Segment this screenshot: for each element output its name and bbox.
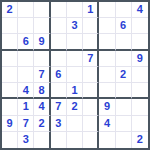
- cell-r3c1[interactable]: [2, 34, 18, 50]
- cell-r8c4[interactable]: 3: [51, 116, 67, 132]
- cell-r5c6[interactable]: [83, 67, 99, 83]
- cell-r8c1[interactable]: 9: [2, 116, 18, 132]
- cell-r5c8[interactable]: 2: [116, 67, 132, 83]
- cell-r9c2[interactable]: 3: [18, 132, 34, 148]
- cell-r6c8[interactable]: [116, 83, 132, 99]
- cell-r7c5[interactable]: 2: [67, 99, 83, 115]
- cell-r3c9[interactable]: [132, 34, 148, 50]
- cell-r2c8[interactable]: 6: [116, 18, 132, 34]
- cell-r9c9[interactable]: 2: [132, 132, 148, 148]
- cell-r8c9[interactable]: [132, 116, 148, 132]
- cell-r3c4[interactable]: [51, 34, 67, 50]
- cell-r9c5[interactable]: [67, 132, 83, 148]
- cell-r8c8[interactable]: [116, 116, 132, 132]
- cell-r2c5[interactable]: 3: [67, 18, 83, 34]
- cell-r5c9[interactable]: [132, 67, 148, 83]
- cell-r3c6[interactable]: [83, 34, 99, 50]
- cell-r1c1[interactable]: 2: [2, 2, 18, 18]
- cell-r6c6[interactable]: [83, 83, 99, 99]
- cell-r7c2[interactable]: 1: [18, 99, 34, 115]
- cell-r2c2[interactable]: [18, 18, 34, 34]
- cell-r3c2[interactable]: 6: [18, 34, 34, 50]
- cell-r6c5[interactable]: 1: [67, 83, 83, 99]
- cell-r4c3[interactable]: [34, 51, 50, 67]
- cell-r7c7[interactable]: 9: [99, 99, 115, 115]
- cell-r1c3[interactable]: [34, 2, 50, 18]
- cell-r8c3[interactable]: 2: [34, 116, 50, 132]
- cell-r3c5[interactable]: [67, 34, 83, 50]
- cell-r2c9[interactable]: [132, 18, 148, 34]
- sudoku-app: 214366979762481147299723432: [0, 0, 150, 150]
- cell-r8c2[interactable]: 7: [18, 116, 34, 132]
- cell-r5c4[interactable]: 6: [51, 67, 67, 83]
- cell-r8c6[interactable]: [83, 116, 99, 132]
- cell-r7c3[interactable]: 4: [34, 99, 50, 115]
- cell-r6c7[interactable]: [99, 83, 115, 99]
- cell-r3c8[interactable]: [116, 34, 132, 50]
- cell-r3c3[interactable]: 9: [34, 34, 50, 50]
- cell-r5c7[interactable]: [99, 67, 115, 83]
- cell-r9c7[interactable]: [99, 132, 115, 148]
- cell-r4c4[interactable]: [51, 51, 67, 67]
- cell-r4c8[interactable]: [116, 51, 132, 67]
- cell-r1c4[interactable]: [51, 2, 67, 18]
- sudoku-board: 214366979762481147299723432: [0, 0, 150, 150]
- cell-r5c2[interactable]: [18, 67, 34, 83]
- cell-r7c4[interactable]: 7: [51, 99, 67, 115]
- cell-r2c7[interactable]: [99, 18, 115, 34]
- cell-r5c1[interactable]: [2, 67, 18, 83]
- cell-r5c3[interactable]: 7: [34, 67, 50, 83]
- cell-r2c3[interactable]: [34, 18, 50, 34]
- cell-r2c4[interactable]: [51, 18, 67, 34]
- cell-r4c6[interactable]: 7: [83, 51, 99, 67]
- cell-r4c1[interactable]: [2, 51, 18, 67]
- cell-r9c6[interactable]: [83, 132, 99, 148]
- cell-r7c1[interactable]: [2, 99, 18, 115]
- cell-r7c8[interactable]: [116, 99, 132, 115]
- cell-r6c1[interactable]: [2, 83, 18, 99]
- cell-r6c3[interactable]: 8: [34, 83, 50, 99]
- cell-r8c5[interactable]: [67, 116, 83, 132]
- cell-r6c4[interactable]: [51, 83, 67, 99]
- cell-r9c1[interactable]: [2, 132, 18, 148]
- cell-r1c5[interactable]: [67, 2, 83, 18]
- cell-r1c2[interactable]: [18, 2, 34, 18]
- cell-r1c9[interactable]: 4: [132, 2, 148, 18]
- cell-r8c7[interactable]: 4: [99, 116, 115, 132]
- cell-r9c4[interactable]: [51, 132, 67, 148]
- cell-r7c6[interactable]: [83, 99, 99, 115]
- cell-r4c5[interactable]: [67, 51, 83, 67]
- cell-r4c7[interactable]: [99, 51, 115, 67]
- cell-r7c9[interactable]: [132, 99, 148, 115]
- cell-r4c9[interactable]: 9: [132, 51, 148, 67]
- cell-r3c7[interactable]: [99, 34, 115, 50]
- cell-r5c5[interactable]: [67, 67, 83, 83]
- cell-r9c8[interactable]: [116, 132, 132, 148]
- cell-r4c2[interactable]: [18, 51, 34, 67]
- cell-r1c6[interactable]: 1: [83, 2, 99, 18]
- cell-r6c2[interactable]: 4: [18, 83, 34, 99]
- cell-r9c3[interactable]: [34, 132, 50, 148]
- cell-r1c8[interactable]: [116, 2, 132, 18]
- cell-r2c6[interactable]: [83, 18, 99, 34]
- cell-r2c1[interactable]: [2, 18, 18, 34]
- cell-r6c9[interactable]: [132, 83, 148, 99]
- cell-r1c7[interactable]: [99, 2, 115, 18]
